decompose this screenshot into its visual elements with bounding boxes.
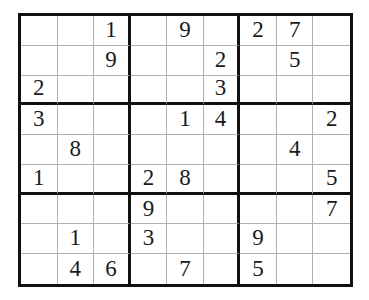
sudoku-cell-r8c2[interactable]: 1 <box>58 224 95 254</box>
sudoku-cell-r3c6[interactable]: 3 <box>204 76 241 106</box>
sudoku-cell-r8c8[interactable] <box>277 224 314 254</box>
sudoku-cell-r7c1[interactable] <box>21 195 58 225</box>
sudoku-cell-r6c3[interactable] <box>94 165 131 195</box>
sudoku-cell-r3c2[interactable] <box>58 76 95 106</box>
sudoku-cell-r5c2[interactable]: 8 <box>58 135 95 165</box>
given-digit: 9 <box>179 18 191 41</box>
sudoku-cell-r7c4[interactable]: 9 <box>131 195 168 225</box>
sudoku-cell-r2c3[interactable]: 9 <box>94 46 131 76</box>
given-digit: 1 <box>105 18 117 41</box>
sudoku-cell-r1c5[interactable]: 9 <box>167 16 204 46</box>
sudoku-cell-r1c4[interactable] <box>131 16 168 46</box>
sudoku-cell-r3c1[interactable]: 2 <box>21 76 58 106</box>
sudoku-cell-r1c3[interactable]: 1 <box>94 16 131 46</box>
sudoku-cell-r1c1[interactable] <box>21 16 58 46</box>
sudoku-cell-r1c8[interactable]: 7 <box>277 16 314 46</box>
sudoku-cell-r5c6[interactable] <box>204 135 241 165</box>
sudoku-cell-r8c3[interactable] <box>94 224 131 254</box>
sudoku-cell-r2c1[interactable] <box>21 46 58 76</box>
sudoku-cell-r2c4[interactable] <box>131 46 168 76</box>
given-digit: 2 <box>143 166 155 189</box>
given-digit: 9 <box>252 226 264 249</box>
sudoku-cell-r3c5[interactable] <box>167 76 204 106</box>
sudoku-cell-r7c7[interactable] <box>240 195 277 225</box>
given-digit: 5 <box>252 257 264 280</box>
given-digit: 7 <box>289 18 301 41</box>
sudoku-cell-r4c3[interactable] <box>94 105 131 135</box>
sudoku-cell-r5c1[interactable] <box>21 135 58 165</box>
sudoku-cell-r2c7[interactable] <box>240 46 277 76</box>
sudoku-board: 1927925233142841285971394675 <box>18 13 353 287</box>
sudoku-cell-r8c5[interactable] <box>167 224 204 254</box>
sudoku-cell-r9c7[interactable]: 5 <box>240 254 277 284</box>
sudoku-cell-r8c6[interactable] <box>204 224 241 254</box>
sudoku-cell-r6c7[interactable] <box>240 165 277 195</box>
given-digit: 5 <box>289 48 301 71</box>
sudoku-cell-r7c3[interactable] <box>94 195 131 225</box>
sudoku-cell-r9c5[interactable]: 7 <box>167 254 204 284</box>
sudoku-cell-r4c8[interactable] <box>277 105 314 135</box>
sudoku-cell-r6c6[interactable] <box>204 165 241 195</box>
sudoku-cell-r1c7[interactable]: 2 <box>240 16 277 46</box>
sudoku-cell-r5c3[interactable] <box>94 135 131 165</box>
sudoku-cell-r2c8[interactable]: 5 <box>277 46 314 76</box>
sudoku-cell-r2c2[interactable] <box>58 46 95 76</box>
given-digit: 8 <box>70 137 82 160</box>
given-digit: 2 <box>326 107 338 130</box>
sudoku-cell-r4c5[interactable]: 1 <box>167 105 204 135</box>
sudoku-cell-r9c3[interactable]: 6 <box>94 254 131 284</box>
sudoku-cell-r4c4[interactable] <box>131 105 168 135</box>
given-digit: 7 <box>326 197 338 220</box>
given-digit: 2 <box>252 18 264 41</box>
sudoku-cell-r7c2[interactable] <box>58 195 95 225</box>
given-digit: 7 <box>179 257 191 280</box>
given-digit: 1 <box>179 107 191 130</box>
sudoku-cell-r6c5[interactable]: 8 <box>167 165 204 195</box>
sudoku-cell-r3c9[interactable] <box>313 76 350 106</box>
given-digit: 2 <box>33 76 45 99</box>
sudoku-cell-r8c4[interactable]: 3 <box>131 224 168 254</box>
sudoku-cell-r7c8[interactable] <box>277 195 314 225</box>
sudoku-cell-r6c4[interactable]: 2 <box>131 165 168 195</box>
given-digit: 3 <box>143 226 155 249</box>
sudoku-cell-r3c3[interactable] <box>94 76 131 106</box>
sudoku-cell-r4c7[interactable] <box>240 105 277 135</box>
sudoku-cell-r5c7[interactable] <box>240 135 277 165</box>
given-digit: 3 <box>215 76 227 99</box>
sudoku-cell-r2c9[interactable] <box>313 46 350 76</box>
sudoku-cell-r3c7[interactable] <box>240 76 277 106</box>
given-digit: 6 <box>105 257 117 280</box>
sudoku-cell-r1c9[interactable] <box>313 16 350 46</box>
sudoku-cell-r9c9[interactable] <box>313 254 350 284</box>
sudoku-cell-r7c5[interactable] <box>167 195 204 225</box>
sudoku-cell-r8c7[interactable]: 9 <box>240 224 277 254</box>
given-digit: 1 <box>70 226 82 249</box>
given-digit: 1 <box>33 166 45 189</box>
given-digit: 4 <box>215 107 227 130</box>
sudoku-cell-r5c5[interactable] <box>167 135 204 165</box>
given-digit: 5 <box>326 166 338 189</box>
given-digit: 4 <box>70 257 82 280</box>
sudoku-cell-r6c9[interactable]: 5 <box>313 165 350 195</box>
sudoku-cell-r9c2[interactable]: 4 <box>58 254 95 284</box>
sudoku-cell-r4c2[interactable] <box>58 105 95 135</box>
sudoku-cell-r6c1[interactable]: 1 <box>21 165 58 195</box>
given-digit: 2 <box>215 48 227 71</box>
sudoku-cell-r2c6[interactable]: 2 <box>204 46 241 76</box>
sudoku-cell-r4c9[interactable]: 2 <box>313 105 350 135</box>
sudoku-cell-r7c6[interactable] <box>204 195 241 225</box>
sudoku-cell-r1c2[interactable] <box>58 16 95 46</box>
sudoku-cell-r9c4[interactable] <box>131 254 168 284</box>
sudoku-cell-r9c8[interactable] <box>277 254 314 284</box>
sudoku-cell-r4c1[interactable]: 3 <box>21 105 58 135</box>
sudoku-cell-r4c6[interactable]: 4 <box>204 105 241 135</box>
given-digit: 9 <box>143 197 155 220</box>
sudoku-cell-r6c2[interactable] <box>58 165 95 195</box>
sudoku-cell-r5c4[interactable] <box>131 135 168 165</box>
sudoku-cell-r8c9[interactable] <box>313 224 350 254</box>
given-digit: 4 <box>289 137 301 160</box>
sudoku-cell-r8c1[interactable] <box>21 224 58 254</box>
sudoku-cell-r9c1[interactable] <box>21 254 58 284</box>
given-digit: 9 <box>105 48 117 71</box>
sudoku-cell-r7c9[interactable]: 7 <box>313 195 350 225</box>
sudoku-cell-r9c6[interactable] <box>204 254 241 284</box>
page: 1927925233142841285971394675 <box>0 0 369 300</box>
sudoku-cell-r1c6[interactable] <box>204 16 241 46</box>
sudoku-cell-r5c9[interactable] <box>313 135 350 165</box>
sudoku-cell-r3c4[interactable] <box>131 76 168 106</box>
sudoku-cell-r3c8[interactable] <box>277 76 314 106</box>
sudoku-cell-r2c5[interactable] <box>167 46 204 76</box>
given-digit: 3 <box>33 107 45 130</box>
sudoku-cell-r6c8[interactable] <box>277 165 314 195</box>
sudoku-cell-r5c8[interactable]: 4 <box>277 135 314 165</box>
given-digit: 8 <box>179 166 191 189</box>
